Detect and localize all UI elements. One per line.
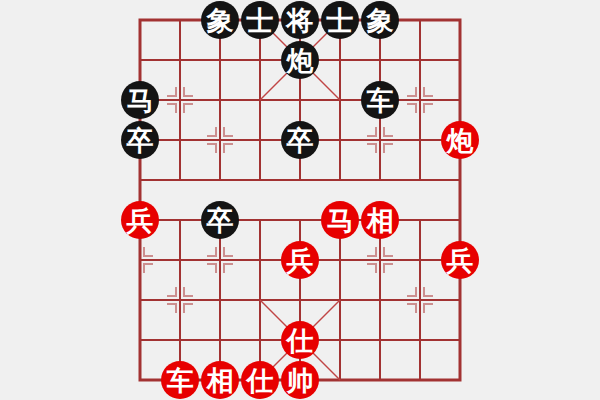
piece-red-elephant[interactable]: 相 [201, 361, 239, 399]
piece-black-elephant[interactable]: 象 [361, 1, 399, 39]
piece-red-horse[interactable]: 马 [321, 201, 359, 239]
piece-red-cannon[interactable]: 炮 [441, 121, 479, 159]
piece-black-advisor[interactable]: 士 [321, 1, 359, 39]
piece-red-soldier[interactable]: 兵 [441, 241, 479, 279]
piece-black-soldier[interactable]: 卒 [201, 201, 239, 239]
piece-black-elephant[interactable]: 象 [201, 1, 239, 39]
piece-black-horse[interactable]: 马 [121, 81, 159, 119]
piece-black-chariot[interactable]: 车 [361, 81, 399, 119]
piece-red-soldier[interactable]: 兵 [121, 201, 159, 239]
piece-black-soldier[interactable]: 卒 [281, 121, 319, 159]
piece-black-soldier[interactable]: 卒 [121, 121, 159, 159]
xiangqi-board: 象士将士象炮马车卒卒炮兵卒马相兵兵仕车相仕帅 [0, 0, 600, 400]
piece-red-elephant[interactable]: 相 [361, 201, 399, 239]
piece-red-advisor[interactable]: 仕 [281, 321, 319, 359]
piece-black-cannon[interactable]: 炮 [281, 41, 319, 79]
piece-red-soldier[interactable]: 兵 [281, 241, 319, 279]
piece-black-advisor[interactable]: 士 [241, 1, 279, 39]
piece-red-advisor[interactable]: 仕 [241, 361, 279, 399]
piece-red-chariot[interactable]: 车 [161, 361, 199, 399]
piece-black-general[interactable]: 将 [281, 1, 319, 39]
board-pieces: 象士将士象炮马车卒卒炮兵卒马相兵兵仕车相仕帅 [120, 0, 480, 400]
piece-red-general[interactable]: 帅 [281, 361, 319, 399]
